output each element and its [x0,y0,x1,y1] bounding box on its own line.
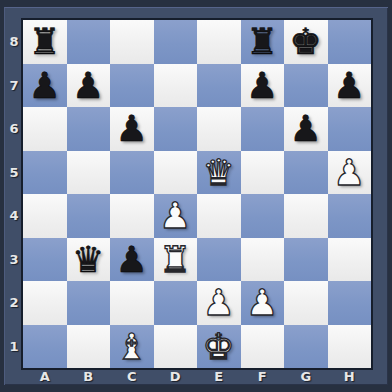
piece-black-pawn[interactable]: ♟ [246,64,278,108]
file-label-h: H [328,368,372,385]
square-c7[interactable] [110,64,154,108]
square-a4[interactable] [23,194,67,238]
square-g3[interactable] [284,238,328,282]
square-f4[interactable] [241,194,285,238]
square-h6[interactable] [328,107,372,151]
square-g2[interactable] [284,281,328,325]
chess-diagram: 87654321 ABCDEFGH ♜♜♚♟♟♟♟♟♟♛♟♟♛♟♜♟♟♝♚ [0,0,392,392]
piece-black-queen[interactable]: ♛ [72,238,104,282]
square-b8[interactable] [67,20,111,64]
chess-board: ♜♜♚♟♟♟♟♟♟♛♟♟♛♟♜♟♟♝♚ [21,18,373,370]
piece-black-pawn[interactable]: ♟ [72,64,104,108]
square-b4[interactable] [67,194,111,238]
square-b2[interactable] [67,281,111,325]
square-c6[interactable]: ♟ [110,107,154,151]
square-a7[interactable]: ♟ [23,64,67,108]
file-label-f: F [241,368,285,385]
square-d2[interactable] [154,281,198,325]
file-label-a: A [23,368,67,385]
square-c5[interactable] [110,151,154,195]
square-a1[interactable] [23,325,67,369]
square-b6[interactable] [67,107,111,151]
board-panel: 87654321 ABCDEFGH ♜♜♚♟♟♟♟♟♟♛♟♟♛♟♜♟♟♝♚ [4,7,388,385]
file-label-c: C [110,368,154,385]
square-f2[interactable]: ♟ [241,281,285,325]
square-h8[interactable] [328,20,372,64]
square-a5[interactable] [23,151,67,195]
square-e7[interactable] [197,64,241,108]
square-f8[interactable]: ♜ [241,20,285,64]
piece-black-pawn[interactable]: ♟ [116,107,148,151]
square-c2[interactable] [110,281,154,325]
square-f5[interactable] [241,151,285,195]
square-d1[interactable] [154,325,198,369]
square-g7[interactable] [284,64,328,108]
piece-black-rook[interactable]: ♜ [246,20,278,64]
square-c3[interactable]: ♟ [110,238,154,282]
piece-black-king[interactable]: ♚ [290,20,322,64]
file-label-b: B [67,368,111,385]
square-h2[interactable] [328,281,372,325]
square-a8[interactable]: ♜ [23,20,67,64]
square-c8[interactable] [110,20,154,64]
square-e2[interactable]: ♟ [197,281,241,325]
square-e3[interactable] [197,238,241,282]
file-label-d: D [154,368,198,385]
square-d3[interactable]: ♜ [154,238,198,282]
square-b7[interactable]: ♟ [67,64,111,108]
file-label-e: E [197,368,241,385]
square-b5[interactable] [67,151,111,195]
square-d4[interactable]: ♟ [154,194,198,238]
square-e8[interactable] [197,20,241,64]
square-e6[interactable] [197,107,241,151]
square-g4[interactable] [284,194,328,238]
piece-black-rook[interactable]: ♜ [29,20,61,64]
piece-black-pawn[interactable]: ♟ [116,238,148,282]
square-g6[interactable]: ♟ [284,107,328,151]
file-label-g: G [284,368,328,385]
square-f6[interactable] [241,107,285,151]
square-f3[interactable] [241,238,285,282]
square-a2[interactable] [23,281,67,325]
square-d7[interactable] [154,64,198,108]
piece-white-pawn[interactable]: ♟ [333,151,365,195]
square-c4[interactable] [110,194,154,238]
piece-black-pawn[interactable]: ♟ [290,107,322,151]
square-d5[interactable] [154,151,198,195]
square-g8[interactable]: ♚ [284,20,328,64]
piece-white-king[interactable]: ♚ [203,325,235,369]
square-c1[interactable]: ♝ [110,325,154,369]
square-a3[interactable] [23,238,67,282]
piece-white-pawn[interactable]: ♟ [246,281,278,325]
piece-white-rook[interactable]: ♜ [159,238,191,282]
piece-white-bishop[interactable]: ♝ [116,325,148,369]
square-b3[interactable]: ♛ [67,238,111,282]
square-d6[interactable] [154,107,198,151]
square-h7[interactable]: ♟ [328,64,372,108]
square-f7[interactable]: ♟ [241,64,285,108]
square-g5[interactable] [284,151,328,195]
square-e4[interactable] [197,194,241,238]
square-b1[interactable] [67,325,111,369]
square-d8[interactable] [154,20,198,64]
square-h3[interactable] [328,238,372,282]
square-h1[interactable] [328,325,372,369]
piece-white-pawn[interactable]: ♟ [203,281,235,325]
square-e5[interactable]: ♛ [197,151,241,195]
piece-black-pawn[interactable]: ♟ [29,64,61,108]
square-h5[interactable]: ♟ [328,151,372,195]
square-f1[interactable] [241,325,285,369]
file-labels: ABCDEFGH [23,368,371,385]
piece-black-pawn[interactable]: ♟ [333,64,365,108]
square-a6[interactable] [23,107,67,151]
square-e1[interactable]: ♚ [197,325,241,369]
square-h4[interactable] [328,194,372,238]
piece-white-queen[interactable]: ♛ [203,151,235,195]
piece-white-pawn[interactable]: ♟ [159,194,191,238]
square-g1[interactable] [284,325,328,369]
